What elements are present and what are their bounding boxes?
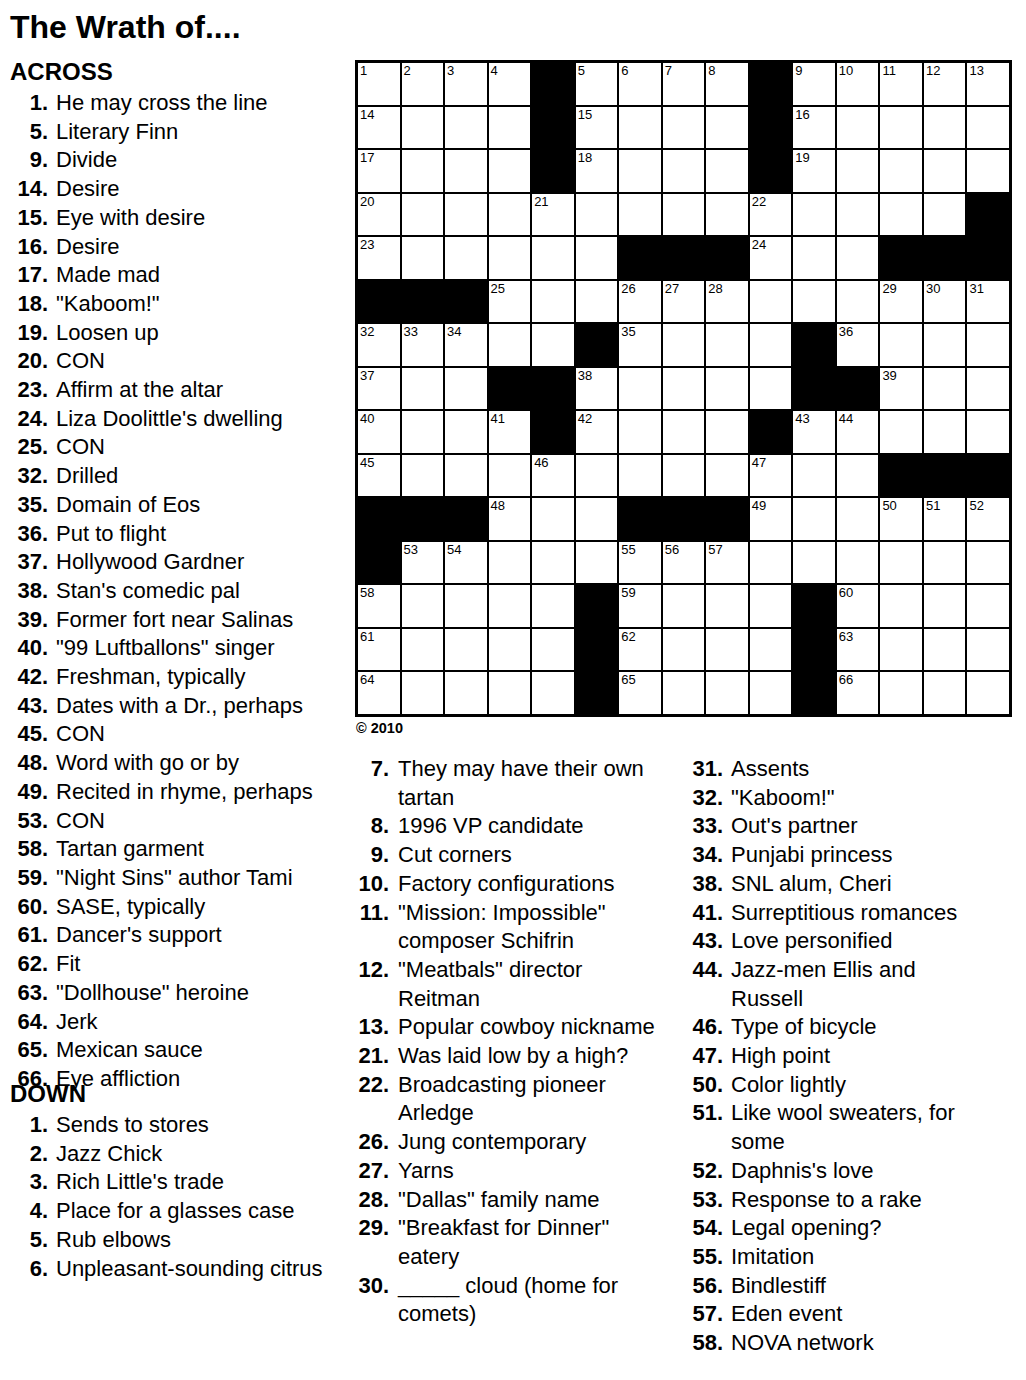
grid-cell[interactable] (401, 584, 445, 628)
black-cell (662, 497, 706, 541)
grid-cell[interactable] (531, 541, 575, 585)
clue-number: 34. (692, 841, 723, 870)
grid-cell[interactable] (575, 236, 619, 280)
grid-cell[interactable] (662, 367, 706, 411)
grid-cell[interactable] (923, 628, 967, 672)
crossword-grid: 1234567891011121314151617181920212223242… (355, 60, 1012, 717)
grid-cell[interactable]: 40 (357, 410, 401, 454)
grid-cell[interactable] (879, 106, 923, 150)
grid-cell[interactable]: 41 (488, 410, 532, 454)
down-clue: 1.Sends to stores (10, 1111, 350, 1140)
grid-cell[interactable] (531, 323, 575, 367)
clue-text: Legal opening? (731, 1214, 881, 1243)
cell-number: 38 (578, 369, 592, 383)
clue-number: 29. (355, 1214, 389, 1243)
cell-number: 52 (969, 499, 983, 513)
grid-cell[interactable] (575, 454, 619, 498)
grid-cell[interactable] (662, 323, 706, 367)
grid-cell[interactable] (923, 149, 967, 193)
grid-cell[interactable]: 27 (662, 280, 706, 324)
grid-cell[interactable] (836, 454, 880, 498)
black-cell (966, 454, 1010, 498)
down-clue: 38.SNL alum, Cheri (692, 870, 1026, 899)
across-section: ACROSS 1.He may cross the line5.Literary… (10, 58, 350, 1094)
grid-cell[interactable] (705, 323, 749, 367)
cell-number: 42 (578, 412, 592, 426)
grid-cell[interactable] (401, 367, 445, 411)
grid-cell[interactable] (749, 584, 793, 628)
grid-cell[interactable] (836, 149, 880, 193)
grid-cell[interactable] (444, 410, 488, 454)
across-clue: 5.Literary Finn (10, 118, 350, 147)
clue-number: 4. (10, 1197, 48, 1226)
grid-cell[interactable]: 2 (401, 62, 445, 106)
grid-cell[interactable] (531, 584, 575, 628)
grid-cell[interactable] (662, 628, 706, 672)
grid-cell[interactable]: 38 (575, 367, 619, 411)
grid-cell[interactable]: 5 (575, 62, 619, 106)
clue-text: Dancer's support (56, 921, 222, 950)
clue-text: _____ cloud (home for comets) (398, 1272, 660, 1329)
grid-cell[interactable] (444, 628, 488, 672)
clue-number: 56. (692, 1272, 723, 1301)
grid-cell[interactable]: 51 (923, 497, 967, 541)
clue-number: 24. (10, 405, 48, 434)
black-cell (749, 149, 793, 193)
grid-cell[interactable] (836, 106, 880, 150)
cell-number: 66 (839, 673, 853, 687)
grid-cell[interactable]: 15 (575, 106, 619, 150)
grid-cell[interactable]: 35 (618, 323, 662, 367)
grid-cell[interactable] (792, 236, 836, 280)
clue-text: Former fort near Salinas (56, 606, 293, 635)
grid-cell[interactable]: 26 (618, 280, 662, 324)
grid-cell[interactable]: 4 (488, 62, 532, 106)
clue-text: Out's partner (731, 812, 857, 841)
grid-cell[interactable] (836, 193, 880, 237)
across-clue-list: 1.He may cross the line5.Literary Finn9.… (10, 89, 350, 1094)
grid-cell[interactable] (401, 236, 445, 280)
grid-cell[interactable]: 7 (662, 62, 706, 106)
clue-text: Made mad (56, 261, 160, 290)
black-cell (662, 236, 706, 280)
grid-cell[interactable]: 46 (531, 454, 575, 498)
copyright-notice: © 2010 (356, 720, 403, 736)
grid-cell[interactable] (966, 671, 1010, 715)
grid-cell[interactable]: 43 (792, 410, 836, 454)
grid-cell[interactable] (444, 367, 488, 411)
down-clue: 51.Like wool sweaters, for some (692, 1099, 1026, 1156)
down-clue: 34.Punjabi princess (692, 841, 1026, 870)
across-clue: 58.Tartan garment (10, 835, 350, 864)
clue-number: 30. (355, 1272, 389, 1301)
clue-number: 58. (692, 1329, 723, 1358)
grid-cell[interactable] (923, 193, 967, 237)
grid-cell[interactable] (575, 497, 619, 541)
clue-number: 33. (692, 812, 723, 841)
black-cell (749, 62, 793, 106)
clue-text: Domain of Eos (56, 491, 200, 520)
clue-number: 43. (692, 927, 723, 956)
grid-cell[interactable] (749, 323, 793, 367)
grid-cell[interactable] (836, 280, 880, 324)
across-clue: 42.Freshman, typically (10, 663, 350, 692)
grid-cell[interactable]: 11 (879, 62, 923, 106)
grid-cell[interactable] (792, 454, 836, 498)
grid-cell[interactable] (488, 671, 532, 715)
grid-cell[interactable] (401, 628, 445, 672)
clue-number: 1. (10, 89, 48, 118)
grid-cell[interactable] (705, 628, 749, 672)
cell-number: 17 (360, 151, 374, 165)
grid-cell[interactable] (705, 149, 749, 193)
grid-cell[interactable] (966, 628, 1010, 672)
across-clue: 36.Put to flight (10, 520, 350, 549)
clue-number: 42. (10, 663, 48, 692)
grid-cell[interactable]: 47 (749, 454, 793, 498)
down-clue: 8.1996 VP candidate (355, 812, 685, 841)
clue-number: 60. (10, 893, 48, 922)
grid-cell[interactable] (488, 541, 532, 585)
grid-cell[interactable]: 29 (879, 280, 923, 324)
cell-number: 24 (752, 238, 766, 252)
grid-cell[interactable] (879, 410, 923, 454)
black-cell (879, 454, 923, 498)
cell-number: 29 (882, 282, 896, 296)
grid-cell[interactable] (792, 497, 836, 541)
grid-cell[interactable] (879, 584, 923, 628)
grid-cell[interactable]: 49 (749, 497, 793, 541)
cell-number: 10 (839, 64, 853, 78)
grid-cell[interactable] (966, 410, 1010, 454)
grid-cell[interactable] (923, 584, 967, 628)
grid-cell[interactable] (488, 149, 532, 193)
grid-cell[interactable]: 30 (923, 280, 967, 324)
grid-cell[interactable]: 65 (618, 671, 662, 715)
grid-cell[interactable] (662, 149, 706, 193)
across-clue: 39.Former fort near Salinas (10, 606, 350, 635)
grid-cell[interactable]: 22 (749, 193, 793, 237)
grid-cell[interactable]: 31 (966, 280, 1010, 324)
grid-cell[interactable] (705, 584, 749, 628)
cell-number: 18 (578, 151, 592, 165)
grid-cell[interactable] (444, 106, 488, 150)
grid-cell[interactable]: 24 (749, 236, 793, 280)
clue-text: Cut corners (398, 841, 512, 870)
grid-cell[interactable] (401, 106, 445, 150)
clue-text: Jazz-men Ellis and Russell (731, 956, 983, 1013)
cell-number: 61 (360, 630, 374, 644)
grid-cell[interactable] (575, 541, 619, 585)
clue-number: 62. (10, 950, 48, 979)
clue-number: 40. (10, 634, 48, 663)
grid-cell[interactable]: 32 (357, 323, 401, 367)
grid-cell[interactable] (488, 584, 532, 628)
grid-cell[interactable]: 12 (923, 62, 967, 106)
grid-cell[interactable]: 48 (488, 497, 532, 541)
clue-number: 8. (355, 812, 389, 841)
grid-cell[interactable]: 36 (836, 323, 880, 367)
across-clue: 59."Night Sins" author Tami (10, 864, 350, 893)
grid-cell[interactable]: 58 (357, 584, 401, 628)
clue-text: Eden event (731, 1300, 842, 1329)
grid-cell[interactable] (401, 454, 445, 498)
black-cell (618, 497, 662, 541)
grid-cell[interactable] (444, 193, 488, 237)
clue-text: Stan's comedic pal (56, 577, 240, 606)
grid-cell[interactable] (662, 106, 706, 150)
black-cell (966, 236, 1010, 280)
grid-cell[interactable] (444, 671, 488, 715)
cell-number: 7 (665, 64, 672, 78)
grid-cell[interactable] (923, 541, 967, 585)
clue-number: 59. (10, 864, 48, 893)
grid-cell[interactable] (705, 454, 749, 498)
grid-cell[interactable] (879, 193, 923, 237)
grid-cell[interactable]: 14 (357, 106, 401, 150)
grid-cell[interactable]: 66 (836, 671, 880, 715)
grid-cell[interactable] (879, 671, 923, 715)
down-clue: 10.Factory configurations (355, 870, 685, 899)
grid-cell[interactable] (879, 628, 923, 672)
black-cell (444, 280, 488, 324)
cell-number: 33 (404, 325, 418, 339)
black-cell (792, 367, 836, 411)
grid-cell[interactable] (531, 497, 575, 541)
grid-cell[interactable] (749, 367, 793, 411)
black-cell (749, 106, 793, 150)
clue-number: 54. (692, 1214, 723, 1243)
grid-cell[interactable] (749, 671, 793, 715)
grid-cell[interactable] (749, 541, 793, 585)
grid-cell[interactable] (488, 236, 532, 280)
clue-text: Unpleasant-sounding citrus (56, 1255, 323, 1284)
clue-text: Love personified (731, 927, 892, 956)
grid-cell[interactable] (923, 367, 967, 411)
grid-cell[interactable] (488, 193, 532, 237)
grid-cell[interactable]: 8 (705, 62, 749, 106)
down-clue: 50.Color lightly (692, 1071, 1026, 1100)
across-clue: 48.Word with go or by (10, 749, 350, 778)
grid-cell[interactable] (618, 454, 662, 498)
grid-cell[interactable]: 34 (444, 323, 488, 367)
cell-number: 49 (752, 499, 766, 513)
grid-cell[interactable] (488, 106, 532, 150)
grid-cell[interactable]: 62 (618, 628, 662, 672)
grid-cell[interactable] (618, 106, 662, 150)
cell-number: 31 (969, 282, 983, 296)
down-clue-list-3: 31.Assents32."Kaboom!"33.Out's partner34… (692, 755, 1026, 1358)
cell-number: 2 (404, 64, 411, 78)
grid-cell[interactable]: 20 (357, 193, 401, 237)
clue-number: 53. (692, 1186, 723, 1215)
cell-number: 26 (621, 282, 635, 296)
grid-cell[interactable] (705, 193, 749, 237)
grid-cell[interactable]: 45 (357, 454, 401, 498)
cell-number: 3 (447, 64, 454, 78)
grid-cell[interactable] (792, 280, 836, 324)
grid-cell[interactable] (401, 671, 445, 715)
grid-cell[interactable]: 54 (444, 541, 488, 585)
grid-cell[interactable] (792, 541, 836, 585)
grid-cell[interactable] (879, 323, 923, 367)
down-clue: 30._____ cloud (home for comets) (355, 1272, 685, 1329)
clue-number: 53. (10, 807, 48, 836)
clue-number: 38. (10, 577, 48, 606)
grid-cell[interactable] (618, 193, 662, 237)
grid-cell[interactable] (531, 280, 575, 324)
grid-cell[interactable] (531, 236, 575, 280)
grid-cell[interactable] (618, 149, 662, 193)
grid-cell[interactable]: 10 (836, 62, 880, 106)
cell-number: 51 (926, 499, 940, 513)
grid-cell[interactable]: 6 (618, 62, 662, 106)
clue-text: NOVA network (731, 1329, 874, 1358)
grid-cell[interactable] (966, 541, 1010, 585)
grid-cell[interactable]: 52 (966, 497, 1010, 541)
clue-text: Surreptitious romances (731, 899, 957, 928)
grid-cell[interactable]: 1 (357, 62, 401, 106)
grid-cell[interactable]: 44 (836, 410, 880, 454)
across-clue: 35.Domain of Eos (10, 491, 350, 520)
grid-cell[interactable] (923, 410, 967, 454)
clue-text: Hollywood Gardner (56, 548, 244, 577)
cell-number: 65 (621, 673, 635, 687)
black-cell (792, 323, 836, 367)
grid-cell[interactable]: 39 (879, 367, 923, 411)
grid-cell[interactable]: 37 (357, 367, 401, 411)
grid-cell[interactable] (705, 410, 749, 454)
across-clue: 18."Kaboom!" (10, 290, 350, 319)
clue-number: 9. (355, 841, 389, 870)
grid-cell[interactable] (575, 193, 619, 237)
grid-cell[interactable] (749, 280, 793, 324)
clue-number: 15. (10, 204, 48, 233)
grid-cell[interactable] (836, 541, 880, 585)
across-clue: 9.Divide (10, 146, 350, 175)
across-clue: 65.Mexican sauce (10, 1036, 350, 1065)
grid-cell[interactable] (662, 584, 706, 628)
black-cell (357, 541, 401, 585)
grid-cell[interactable] (488, 323, 532, 367)
grid-cell[interactable] (618, 410, 662, 454)
grid-cell[interactable] (966, 584, 1010, 628)
grid-cell[interactable]: 42 (575, 410, 619, 454)
grid-cell[interactable]: 60 (836, 584, 880, 628)
grid-cell[interactable] (488, 454, 532, 498)
grid-cell[interactable] (618, 367, 662, 411)
grid-cell[interactable] (966, 323, 1010, 367)
grid-cell[interactable] (444, 149, 488, 193)
grid-cell[interactable]: 21 (531, 193, 575, 237)
grid-cell[interactable] (879, 541, 923, 585)
grid-cell[interactable]: 33 (401, 323, 445, 367)
grid-cell[interactable] (923, 106, 967, 150)
grid-cell[interactable] (444, 236, 488, 280)
grid-cell[interactable] (749, 628, 793, 672)
clue-text: CON (56, 720, 105, 749)
clue-number: 51. (692, 1099, 723, 1128)
grid-cell[interactable] (662, 410, 706, 454)
grid-cell[interactable] (792, 193, 836, 237)
grid-cell[interactable]: 9 (792, 62, 836, 106)
down-clue: 13.Popular cowboy nickname (355, 1013, 685, 1042)
grid-cell[interactable] (401, 193, 445, 237)
grid-cell[interactable] (879, 149, 923, 193)
black-cell (575, 671, 619, 715)
black-cell (575, 584, 619, 628)
clue-number: 49. (10, 778, 48, 807)
puzzle-page: The Wrath of.... ACROSS 1.He may cross t… (0, 0, 1026, 1380)
grid-cell[interactable] (444, 454, 488, 498)
grid-cell[interactable]: 64 (357, 671, 401, 715)
grid-cell[interactable] (923, 323, 967, 367)
clue-number: 37. (10, 548, 48, 577)
grid-cell[interactable]: 19 (792, 149, 836, 193)
grid-cell[interactable] (705, 367, 749, 411)
grid-cell[interactable]: 56 (662, 541, 706, 585)
cell-number: 58 (360, 586, 374, 600)
grid-cell[interactable] (575, 280, 619, 324)
grid-cell[interactable] (662, 193, 706, 237)
grid-cell[interactable]: 13 (966, 62, 1010, 106)
grid-cell[interactable] (836, 236, 880, 280)
grid-cell[interactable] (705, 671, 749, 715)
grid-cell[interactable] (705, 106, 749, 150)
grid-cell[interactable] (401, 149, 445, 193)
grid-cell[interactable]: 55 (618, 541, 662, 585)
grid-cell[interactable]: 23 (357, 236, 401, 280)
clue-number: 57. (692, 1300, 723, 1329)
grid-cell[interactable]: 28 (705, 280, 749, 324)
cell-number: 57 (708, 543, 722, 557)
down-clue: 43.Love personified (692, 927, 1026, 956)
grid-cell[interactable] (531, 671, 575, 715)
cell-number: 16 (795, 108, 809, 122)
grid-cell[interactable] (662, 671, 706, 715)
clue-text: Freshman, typically (56, 663, 246, 692)
grid-cell[interactable] (662, 454, 706, 498)
across-clue: 64.Jerk (10, 1008, 350, 1037)
grid-cell[interactable] (401, 410, 445, 454)
cell-number: 9 (795, 64, 802, 78)
grid-cell[interactable] (488, 628, 532, 672)
grid-cell[interactable] (923, 671, 967, 715)
grid-cell[interactable]: 25 (488, 280, 532, 324)
grid-cell[interactable]: 61 (357, 628, 401, 672)
grid-cell[interactable]: 17 (357, 149, 401, 193)
grid-cell[interactable] (966, 149, 1010, 193)
grid-cell[interactable]: 18 (575, 149, 619, 193)
clue-number: 13. (355, 1013, 389, 1042)
grid-cell[interactable]: 50 (879, 497, 923, 541)
grid-cell[interactable]: 53 (401, 541, 445, 585)
grid-cell[interactable]: 59 (618, 584, 662, 628)
grid-cell[interactable]: 57 (705, 541, 749, 585)
grid-cell[interactable]: 16 (792, 106, 836, 150)
grid-cell[interactable]: 3 (444, 62, 488, 106)
across-clue: 45.CON (10, 720, 350, 749)
clue-text: Bindlestiff (731, 1272, 826, 1301)
grid-cell[interactable] (836, 497, 880, 541)
grid-cell[interactable] (966, 367, 1010, 411)
grid-cell[interactable] (531, 628, 575, 672)
grid-cell[interactable] (966, 106, 1010, 150)
grid-cell[interactable] (444, 584, 488, 628)
down-section: DOWN 1.Sends to stores2.Jazz Chick3.Rich… (10, 1080, 350, 1283)
grid-cell[interactable]: 63 (836, 628, 880, 672)
across-clue: 61.Dancer's support (10, 921, 350, 950)
